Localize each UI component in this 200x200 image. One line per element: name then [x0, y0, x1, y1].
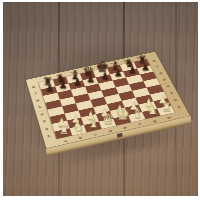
piece-black-queen: ♛ [81, 63, 95, 77]
coord-label: f [104, 60, 119, 66]
piece-black-bishop: ♝ [67, 66, 82, 81]
piece-white-knight: ♞ [71, 117, 87, 133]
square-h7 [136, 65, 153, 74]
square-d6 [85, 84, 102, 94]
square-h6 [140, 72, 157, 81]
square-c7 [68, 80, 84, 90]
piece-black-pawn: ♟ [84, 69, 99, 84]
piece-black-rook: ♜ [40, 72, 55, 87]
square-a8 [39, 80, 55, 89]
square-g7 [123, 68, 140, 77]
piece-white-queen: ♛ [100, 110, 116, 126]
piece-black-pawn: ♟ [56, 75, 71, 90]
coord-label: h [131, 55, 146, 61]
piece-white-rook: ♜ [159, 97, 175, 113]
table-surface: abcdefgh abcdefgh 87654321 87654321 ♜♞♝♛… [3, 2, 198, 196]
coord-label: 5 [158, 76, 170, 84]
piece-black-pawn: ♟ [97, 66, 112, 81]
piece-black-rook: ♜ [135, 51, 149, 65]
square-h8 [133, 59, 150, 68]
square-b6 [57, 90, 73, 100]
square-e8 [93, 68, 109, 77]
coord-label: a [37, 75, 52, 81]
square-f5 [115, 84, 132, 94]
square-a7 [41, 86, 57, 96]
chessboard: abcdefgh abcdefgh 87654321 87654321 ♜♞♝♛… [26, 52, 190, 148]
square-a6 [43, 93, 59, 103]
coord-label: 6 [32, 96, 43, 105]
square-h5 [143, 78, 160, 88]
board-clasp [116, 133, 122, 138]
square-b7 [55, 83, 71, 93]
coord-label: 7 [30, 90, 41, 99]
square-d8 [80, 71, 96, 80]
piece-black-pawn: ♟ [42, 78, 57, 93]
piece-black-knight: ♞ [54, 69, 69, 84]
square-c8 [66, 74, 82, 83]
coord-label: 8 [148, 57, 160, 65]
square-f7 [109, 71, 126, 80]
coord-label: g [118, 57, 133, 63]
piece-white-bishop: ♝ [130, 104, 146, 120]
square-e7 [96, 74, 112, 83]
chessboard-tilt-wrapper: abcdefgh abcdefgh 87654321 87654321 ♜♞♝♛… [24, 17, 184, 177]
square-g8 [120, 62, 136, 71]
coord-label: c [64, 69, 79, 75]
square-g5 [129, 81, 146, 91]
square-g6 [126, 75, 143, 85]
coord-label: b [51, 72, 66, 78]
product-photo-frame: abcdefgh abcdefgh 87654321 87654321 ♜♞♝♛… [0, 0, 200, 200]
piece-black-pawn: ♟ [70, 72, 85, 87]
square-f6 [112, 78, 129, 88]
piece-black-pawn: ♟ [125, 60, 140, 75]
piece-white-rook: ♜ [56, 120, 72, 136]
coords-far: abcdefgh [37, 55, 146, 82]
square-d7 [82, 77, 98, 87]
square-e6 [98, 81, 115, 91]
piece-black-king: ♚ [95, 60, 109, 74]
coord-label: 6 [155, 69, 167, 77]
square-c6 [71, 87, 87, 97]
piece-white-bishop: ♝ [85, 113, 101, 129]
piece-black-pawn: ♟ [138, 57, 153, 72]
coord-label: d [78, 66, 93, 72]
coord-label: 7 [152, 63, 164, 71]
piece-white-knight: ♞ [144, 100, 160, 116]
square-b8 [52, 77, 68, 86]
piece-black-knight: ♞ [122, 54, 136, 68]
piece-black-pawn: ♟ [111, 63, 126, 78]
coord-label: e [91, 63, 106, 69]
square-f8 [106, 65, 122, 74]
piece-white-king: ♚ [115, 107, 131, 123]
piece-black-bishop: ♝ [108, 57, 122, 71]
